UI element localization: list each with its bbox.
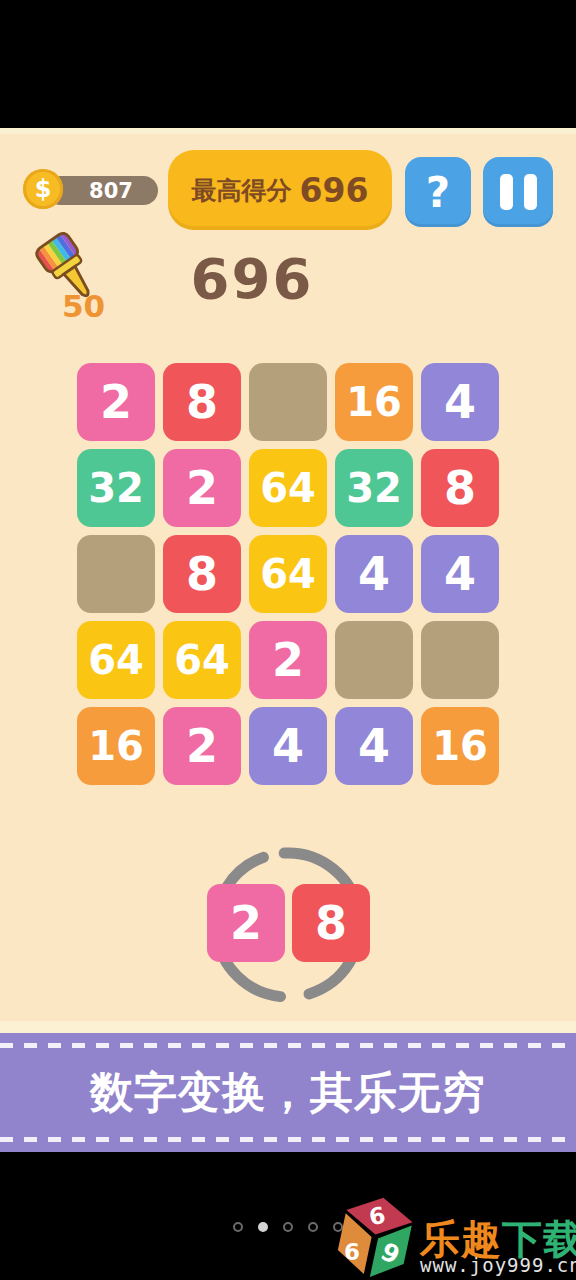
tile-r5c5-16[interactable]: 16 — [421, 707, 499, 785]
best-score-box: 最高得分 696 — [168, 150, 392, 230]
empty-cell-r4c4[interactable] — [335, 621, 413, 699]
tile-r1c1-2[interactable]: 2 — [77, 363, 155, 441]
tile-r2c2-2[interactable]: 2 — [163, 449, 241, 527]
tile-r5c4-4[interactable]: 4 — [335, 707, 413, 785]
coin-icon: $ — [23, 169, 63, 209]
tile-r5c2-2[interactable]: 2 — [163, 707, 241, 785]
best-score-label: 最高得分 — [192, 174, 292, 207]
tile-r1c2-8[interactable]: 8 — [163, 363, 241, 441]
watermark-url: www.joy999.cn — [420, 1254, 576, 1276]
empty-cell-r1c3[interactable] — [249, 363, 327, 441]
app-screen: 807 $ 最高得分 696 ? 50 696 2816432264328864… — [0, 0, 576, 1280]
page-dot-3[interactable] — [283, 1222, 293, 1232]
tile-r2c1-32[interactable]: 32 — [77, 449, 155, 527]
current-score: 696 — [0, 246, 504, 311]
best-score-value: 696 — [300, 171, 369, 210]
tile-r4c2-64[interactable]: 64 — [163, 621, 241, 699]
empty-cell-r4c5[interactable] — [421, 621, 499, 699]
board-grid: 281643226432886444646421624416 — [77, 363, 499, 785]
tile-r3c4-4[interactable]: 4 — [335, 535, 413, 613]
tile-r3c5-4[interactable]: 4 — [421, 535, 499, 613]
page-dot-1[interactable] — [233, 1222, 243, 1232]
next-tile-1[interactable]: 2 — [207, 884, 285, 962]
tile-r1c5-4[interactable]: 4 — [421, 363, 499, 441]
tile-r5c3-4[interactable]: 4 — [249, 707, 327, 785]
promo-banner-text: 数字变换，其乐无穷 — [0, 1033, 576, 1152]
tile-r5c1-16[interactable]: 16 — [77, 707, 155, 785]
tile-r2c3-64[interactable]: 64 — [249, 449, 327, 527]
next-tile-2[interactable]: 8 — [292, 884, 370, 962]
empty-cell-r3c1[interactable] — [77, 535, 155, 613]
help-button[interactable]: ? — [405, 157, 471, 227]
coin-count: 807 — [89, 179, 133, 203]
tile-r3c2-8[interactable]: 8 — [163, 535, 241, 613]
tile-r4c3-2[interactable]: 2 — [249, 621, 327, 699]
question-mark-icon: ? — [426, 168, 450, 217]
pause-icon — [500, 174, 513, 210]
tile-r3c3-64[interactable]: 64 — [249, 535, 327, 613]
top-light-strip — [0, 128, 576, 134]
page-dot-2[interactable] — [258, 1222, 268, 1232]
page-dot-4[interactable] — [308, 1222, 318, 1232]
pause-icon — [524, 174, 537, 210]
tile-r1c4-16[interactable]: 16 — [335, 363, 413, 441]
cube-digit: 6 — [344, 1239, 360, 1265]
dollar-glyph: $ — [35, 175, 52, 203]
tile-r4c1-64[interactable]: 64 — [77, 621, 155, 699]
tile-r2c5-8[interactable]: 8 — [421, 449, 499, 527]
watermark-cube-logo: 6 9 6 — [334, 1194, 416, 1280]
pause-button[interactable] — [483, 157, 553, 227]
tile-r2c4-32[interactable]: 32 — [335, 449, 413, 527]
promo-banner: 数字变换，其乐无穷 — [0, 1033, 576, 1152]
bottom-light-strip — [0, 1021, 576, 1033]
